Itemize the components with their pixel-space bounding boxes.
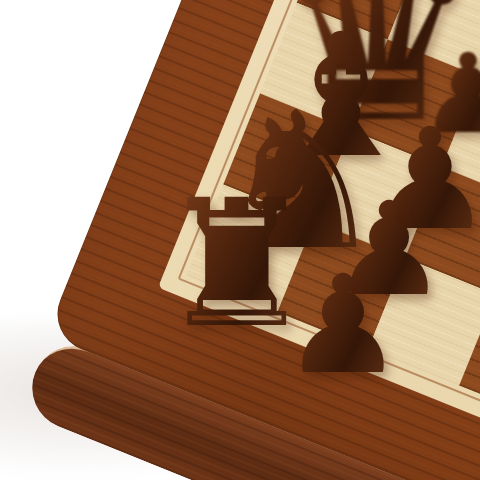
piece-black-pawn-a7[interactable]: ♟: [282, 257, 404, 393]
chess-set-photo: ♛ ♟ ♝ ♟ ♞ ♟ ♜ ♟: [0, 0, 480, 480]
